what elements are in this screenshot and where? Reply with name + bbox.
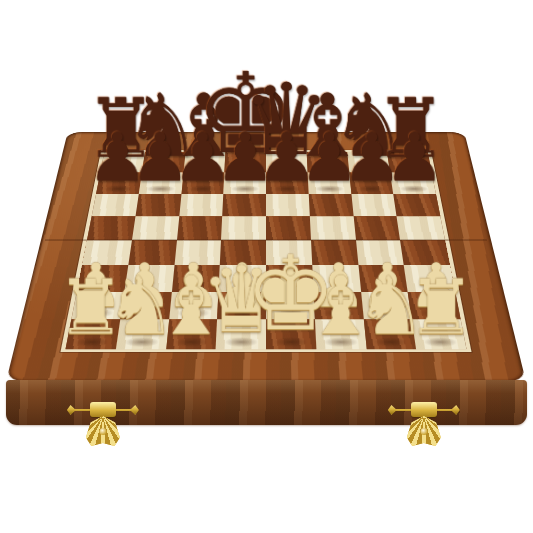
square-h6[interactable] xyxy=(393,194,440,217)
square-e6[interactable] xyxy=(266,194,310,217)
square-a6[interactable] xyxy=(92,194,139,217)
square-h7[interactable]: ♟ xyxy=(390,172,436,193)
square-b5[interactable] xyxy=(132,216,179,240)
product-photo-scene: ♜♞♝♚♛♝♞♜♟♟♟♟♟♟♟♟♟♟♟♟♟♟♟♟♜♞♝♛♚♝♞♜ xyxy=(0,0,533,533)
square-b6[interactable] xyxy=(135,194,181,217)
latch-clasp xyxy=(90,402,116,417)
latch-hole xyxy=(420,428,427,435)
brass-latch-left xyxy=(67,404,139,450)
piece-dark-p-h7[interactable]: ♟ xyxy=(384,124,444,191)
latch-clasp xyxy=(411,402,437,417)
square-g6[interactable] xyxy=(351,194,397,217)
board-top-surface: ♜♞♝♚♛♝♞♜♟♟♟♟♟♟♟♟♟♟♟♟♟♟♟♟♜♞♝♛♚♝♞♜ xyxy=(6,132,526,382)
square-d6[interactable] xyxy=(222,194,266,217)
piece-light-r-h1[interactable]: ♜ xyxy=(407,270,475,346)
square-h5[interactable] xyxy=(397,216,445,240)
square-g5[interactable] xyxy=(353,216,400,240)
board-front-edge xyxy=(6,380,527,425)
square-f6[interactable] xyxy=(308,194,353,217)
square-c6[interactable] xyxy=(179,194,224,217)
playing-area: ♜♞♝♚♛♝♞♜♟♟♟♟♟♟♟♟♟♟♟♟♟♟♟♟♜♞♝♛♚♝♞♜ xyxy=(60,150,471,352)
chess-board-box: ♜♞♝♚♛♝♞♜♟♟♟♟♟♟♟♟♟♟♟♟♟♟♟♟♜♞♝♛♚♝♞♜ xyxy=(6,132,526,382)
square-c5[interactable] xyxy=(177,216,223,240)
latch-hole xyxy=(99,428,106,435)
square-h1[interactable]: ♜ xyxy=(412,320,467,350)
brass-latch-right xyxy=(388,404,460,450)
square-a5[interactable] xyxy=(87,216,135,240)
board-grid: ♜♞♝♚♛♝♞♜♟♟♟♟♟♟♟♟♟♟♟♟♟♟♟♟♜♞♝♛♚♝♞♜ xyxy=(66,152,467,349)
